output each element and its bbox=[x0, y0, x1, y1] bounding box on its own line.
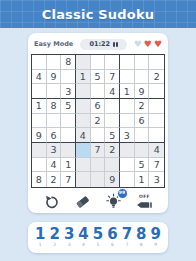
cell-r9c4[interactable] bbox=[76, 172, 91, 187]
numpad-4[interactable]: 44 bbox=[78, 227, 88, 248]
numpad-digit: 2 bbox=[49, 227, 59, 242]
lives-hearts: ♥♥♥ bbox=[134, 40, 162, 49]
cell-r6c6[interactable]: 5 bbox=[105, 128, 120, 143]
numpad-sub-label: 3 bbox=[68, 243, 71, 248]
cell-r9c7[interactable] bbox=[120, 172, 135, 187]
numpad-7[interactable]: 77 bbox=[122, 227, 132, 248]
cell-r5c5[interactable]: 2 bbox=[91, 114, 106, 129]
eraser-button[interactable] bbox=[72, 191, 94, 213]
cell-r3c4[interactable] bbox=[76, 84, 91, 99]
cell-r2c5[interactable]: 5 bbox=[91, 70, 106, 85]
cell-r5c1[interactable] bbox=[32, 114, 47, 129]
timer-pause-button[interactable]: 01:22 bbox=[80, 39, 127, 50]
numpad-sub-label: 7 bbox=[125, 243, 128, 248]
cell-r3c3[interactable]: 3 bbox=[61, 84, 76, 99]
numberpad-card: 112233445566778899 bbox=[28, 222, 168, 253]
cell-r2c4[interactable]: 1 bbox=[76, 70, 91, 85]
cell-r3c9[interactable] bbox=[149, 84, 164, 99]
numpad-digit: 5 bbox=[93, 227, 103, 242]
cell-r2c1[interactable]: 4 bbox=[32, 70, 47, 85]
cell-r8c9[interactable]: 7 bbox=[149, 158, 164, 173]
heart-icon: ♥ bbox=[144, 40, 152, 49]
numpad-8[interactable]: 88 bbox=[136, 227, 146, 248]
cell-r6c9[interactable] bbox=[149, 128, 164, 143]
cell-r1c1[interactable] bbox=[32, 55, 47, 70]
status-bar: Easy Mode 01:22 ♥♥♥ bbox=[28, 33, 168, 53]
cell-r4c5[interactable]: 6 bbox=[91, 99, 106, 114]
numpad-digit: 7 bbox=[122, 227, 132, 242]
cell-r2c3[interactable] bbox=[61, 70, 76, 85]
cell-r7c7[interactable] bbox=[120, 143, 135, 158]
cell-r1c6[interactable] bbox=[105, 55, 120, 70]
numpad-sub-label: 8 bbox=[140, 243, 143, 248]
cell-r8c8[interactable]: 5 bbox=[135, 158, 150, 173]
timer-value: 01:22 bbox=[89, 40, 110, 48]
hint-button[interactable]: 99 bbox=[103, 191, 125, 213]
cell-r7c1[interactable] bbox=[32, 143, 47, 158]
numpad-6[interactable]: 66 bbox=[107, 227, 117, 248]
numpad-digit: 1 bbox=[35, 227, 45, 242]
cell-r5c6[interactable] bbox=[105, 114, 120, 129]
cell-r4c4[interactable] bbox=[76, 99, 91, 114]
pencil-icon bbox=[136, 200, 153, 210]
cell-r9c1[interactable]: 8 bbox=[32, 172, 47, 187]
numpad-digit: 6 bbox=[107, 227, 117, 242]
cell-r1c3[interactable]: 8 bbox=[61, 55, 76, 70]
cell-r6c1[interactable]: 9 bbox=[32, 128, 47, 143]
cell-r2c7[interactable] bbox=[120, 70, 135, 85]
numpad-sub-label: 2 bbox=[53, 243, 56, 248]
numpad-sub-label: 9 bbox=[154, 243, 157, 248]
cell-r7c6[interactable]: 2 bbox=[105, 143, 120, 158]
cell-r8c5[interactable] bbox=[91, 158, 106, 173]
heart-icon: ♥ bbox=[154, 40, 162, 49]
cell-r1c4[interactable] bbox=[76, 55, 91, 70]
cell-r6c7[interactable]: 3 bbox=[120, 128, 135, 143]
cell-r2c2[interactable]: 9 bbox=[47, 70, 62, 85]
cell-r5c3[interactable] bbox=[61, 114, 76, 129]
cell-r2c9[interactable]: 2 bbox=[149, 70, 164, 85]
cell-r3c2[interactable] bbox=[47, 84, 62, 99]
undo-button[interactable] bbox=[41, 191, 63, 213]
cell-r4c7[interactable] bbox=[120, 99, 135, 114]
numpad-sub-label: 1 bbox=[39, 243, 42, 248]
numberpad: 112233445566778899 bbox=[28, 222, 168, 253]
heart-lost-icon: ♥ bbox=[134, 40, 142, 49]
app-header: Classic Sudoku bbox=[0, 0, 196, 28]
cell-r7c5[interactable]: 7 bbox=[91, 143, 106, 158]
numpad-sub-label: 6 bbox=[111, 243, 114, 248]
pause-icon bbox=[113, 42, 118, 47]
sudoku-board: 8491572341918562269645337244157827913 bbox=[31, 54, 165, 188]
numpad-1[interactable]: 11 bbox=[35, 227, 45, 248]
difficulty-label: Easy Mode bbox=[34, 40, 73, 48]
cell-r9c9[interactable]: 3 bbox=[149, 172, 164, 187]
cell-r4c8[interactable]: 2 bbox=[135, 99, 150, 114]
cell-r9c2[interactable]: 2 bbox=[47, 172, 62, 187]
cell-r5c7[interactable] bbox=[120, 114, 135, 129]
cell-r7c4[interactable] bbox=[76, 143, 91, 158]
numpad-digit: 4 bbox=[78, 227, 88, 242]
cell-r8c1[interactable] bbox=[32, 158, 47, 173]
cell-r6c5[interactable] bbox=[91, 128, 106, 143]
cell-r1c5[interactable] bbox=[91, 55, 106, 70]
numpad-digit: 3 bbox=[64, 227, 74, 242]
numpad-9[interactable]: 99 bbox=[151, 227, 161, 248]
numpad-5[interactable]: 55 bbox=[93, 227, 103, 248]
numpad-sub-label: 4 bbox=[82, 243, 85, 248]
cell-r7c2[interactable]: 3 bbox=[47, 143, 62, 158]
notes-toggle-button[interactable]: OFF bbox=[134, 191, 156, 213]
cell-r5c8[interactable]: 6 bbox=[135, 114, 150, 129]
cell-r3c6[interactable]: 4 bbox=[105, 84, 120, 99]
cell-r2c6[interactable]: 7 bbox=[105, 70, 120, 85]
undo-icon bbox=[44, 194, 60, 210]
numpad-digit: 9 bbox=[151, 227, 161, 242]
eraser-icon bbox=[74, 193, 91, 210]
cell-r4c9[interactable] bbox=[149, 99, 164, 114]
cell-r3c8[interactable]: 9 bbox=[135, 84, 150, 99]
cell-r4c6[interactable] bbox=[105, 99, 120, 114]
cell-r8c2[interactable]: 4 bbox=[47, 158, 62, 173]
toolbar: 99 OFF bbox=[28, 189, 168, 214]
numpad-3[interactable]: 33 bbox=[64, 227, 74, 248]
cell-r5c9[interactable] bbox=[149, 114, 164, 129]
game-card: Easy Mode 01:22 ♥♥♥ 84915723419185622696… bbox=[28, 33, 168, 213]
cell-r8c3[interactable]: 1 bbox=[61, 158, 76, 173]
cell-r9c3[interactable]: 7 bbox=[61, 172, 76, 187]
numpad-digit: 8 bbox=[136, 227, 146, 242]
cell-r6c2[interactable]: 6 bbox=[47, 128, 62, 143]
cell-r8c4[interactable] bbox=[76, 158, 91, 173]
cell-r3c5[interactable] bbox=[91, 84, 106, 99]
numpad-2[interactable]: 22 bbox=[49, 227, 59, 248]
hint-count-badge: 99 bbox=[117, 188, 128, 199]
cell-r1c2[interactable] bbox=[47, 55, 62, 70]
cell-r3c7[interactable]: 1 bbox=[120, 84, 135, 99]
cell-r4c2[interactable]: 8 bbox=[47, 99, 62, 114]
cell-r2c8[interactable] bbox=[135, 70, 150, 85]
cell-r1c7[interactable] bbox=[120, 55, 135, 70]
cell-r9c5[interactable] bbox=[91, 172, 106, 187]
page-title: Classic Sudoku bbox=[42, 7, 155, 22]
cell-r6c4[interactable]: 4 bbox=[76, 128, 91, 143]
cell-r9c6[interactable]: 9 bbox=[105, 172, 120, 187]
cell-r4c3[interactable]: 5 bbox=[61, 99, 76, 114]
cell-r9c8[interactable]: 1 bbox=[135, 172, 150, 187]
cell-r5c4[interactable] bbox=[76, 114, 91, 129]
cell-r7c3[interactable] bbox=[61, 143, 76, 158]
cell-r1c9[interactable] bbox=[149, 55, 164, 70]
numpad-sub-label: 5 bbox=[97, 243, 100, 248]
cell-r5c2[interactable] bbox=[47, 114, 62, 129]
cell-r4c1[interactable]: 1 bbox=[32, 99, 47, 114]
cell-r6c3[interactable] bbox=[61, 128, 76, 143]
cell-r8c6[interactable] bbox=[105, 158, 120, 173]
cell-r7c9[interactable]: 4 bbox=[149, 143, 164, 158]
cell-r7c8[interactable] bbox=[135, 143, 150, 158]
sudoku-app: Classic Sudoku Easy Mode 01:22 ♥♥♥ 84915… bbox=[0, 0, 196, 261]
notes-state-label: OFF bbox=[139, 194, 150, 199]
cell-r3c1[interactable] bbox=[32, 84, 47, 99]
cell-r6c8[interactable] bbox=[135, 128, 150, 143]
cell-r8c7[interactable] bbox=[120, 158, 135, 173]
cell-r1c8[interactable] bbox=[135, 55, 150, 70]
